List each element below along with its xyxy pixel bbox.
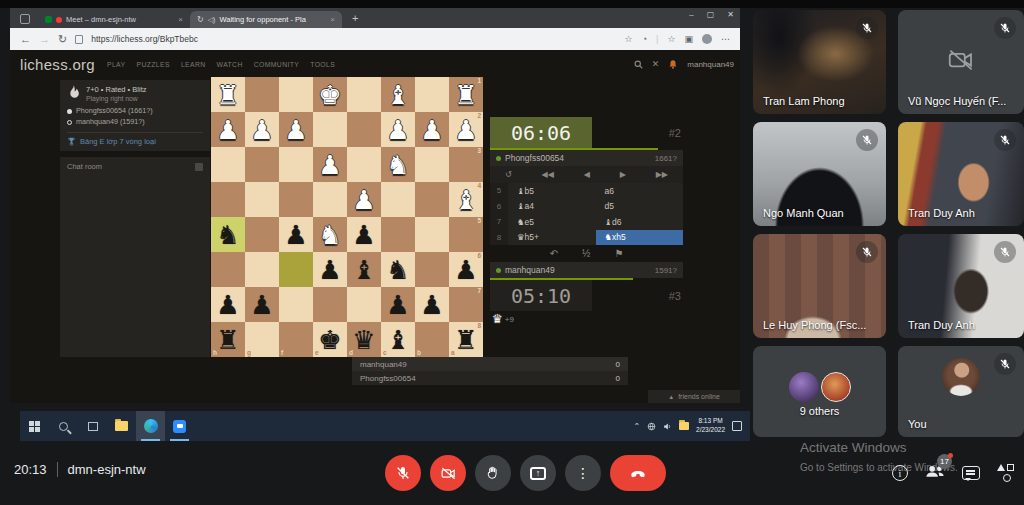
- rank-label: 2: [477, 113, 481, 120]
- more-options-button[interactable]: ⋮: [565, 455, 601, 491]
- friends-online-bar[interactable]: ▲ friends online: [648, 390, 740, 403]
- tournament-link[interactable]: Bảng E lớp 7 vòng loại: [67, 137, 203, 146]
- overflow-participants-tile[interactable]: 9 others: [753, 346, 886, 437]
- move-white[interactable]: ♝a4: [508, 199, 596, 215]
- resign-flag-button[interactable]: ⚑: [614, 248, 623, 259]
- url-text[interactable]: https://lichess.org/BkpTbebc: [91, 34, 198, 44]
- participant-name: Tran Duy Anh: [908, 319, 975, 331]
- extension-icon[interactable]: ▣: [684, 34, 693, 44]
- collections-icon[interactable]: ◔: [642, 34, 647, 44]
- trophy-icon: [67, 137, 76, 146]
- black-player-row[interactable]: manhquan49 (1591?): [67, 117, 203, 128]
- move-row: 5♝b5a6: [490, 183, 683, 199]
- task-view-button[interactable]: [78, 411, 107, 441]
- black-pawn: ♟: [386, 292, 409, 318]
- move-row: 8♛h5+♞xh5: [490, 230, 683, 246]
- nav-puzzles[interactable]: PUZZLES: [136, 61, 169, 68]
- black-player-panel-row[interactable]: manhquan49 1591?: [490, 262, 683, 278]
- end-call-button[interactable]: [610, 455, 666, 491]
- next-move-icon[interactable]: ▶: [620, 170, 626, 179]
- square-f7[interactable]: [279, 287, 313, 322]
- participant-name: Vũ Ngọc Huyến (F...: [908, 95, 1006, 107]
- white-rating: 1661?: [655, 154, 677, 163]
- square-a2[interactable]: ♟2: [449, 112, 483, 147]
- white-pawn: ♟: [420, 117, 443, 143]
- browser-tab-lichess[interactable]: ↻ ◁) Waiting for opponent - Pla ×: [190, 11, 342, 28]
- file-label: b: [417, 350, 421, 357]
- collapse-arrow-icon: ▲: [668, 394, 674, 400]
- lichess-nav: PLAY PUZZLES LEARN WATCH COMMUNITY TOOLS: [107, 61, 335, 68]
- online-dot-icon: [496, 156, 501, 161]
- mic-toggle-button[interactable]: [385, 455, 421, 491]
- white-pawn: ♟: [318, 152, 341, 178]
- mic-muted-icon: [856, 17, 878, 39]
- lichess-logo[interactable]: lichess.org: [20, 56, 95, 73]
- square-c3[interactable]: ♞: [381, 147, 415, 182]
- black-color-icon: [67, 120, 72, 125]
- white-bishop: ♝: [454, 187, 477, 213]
- standings-name: Phongfss00654: [360, 374, 416, 383]
- camera-off-icon: [946, 45, 976, 79]
- white-tournament-rank: #2: [669, 127, 683, 139]
- reload-button[interactable]: ↻: [58, 33, 67, 46]
- chat-box: Chat room: [60, 157, 210, 357]
- first-move-icon[interactable]: ◀◀: [541, 170, 553, 179]
- white-player-panel-row[interactable]: Phongfss00654 1661?: [490, 150, 683, 166]
- lichess-page: lichess.org PLAY PUZZLES LEARN WATCH COM…: [10, 50, 740, 403]
- participant-tile[interactable]: Le Huy Phong (Fsc...: [753, 234, 886, 338]
- black-rook: ♜: [454, 327, 477, 353]
- participant-name: Tran Duy Anh: [908, 207, 975, 219]
- square-h6[interactable]: [211, 252, 245, 287]
- black-pawn: ♟: [318, 257, 341, 283]
- rank-label: 5: [477, 218, 481, 225]
- black-clock: 05:10: [490, 280, 592, 311]
- black-pawn: ♟: [352, 222, 375, 248]
- square-f4[interactable]: [279, 182, 313, 217]
- flip-board-icon[interactable]: ↺: [505, 170, 512, 179]
- black-knight: ♞: [216, 222, 239, 248]
- square-f1[interactable]: [279, 77, 313, 112]
- move-black[interactable]: ♝d6: [596, 214, 684, 230]
- takeback-button[interactable]: ↶: [550, 248, 558, 259]
- forward-button[interactable]: →: [39, 33, 50, 45]
- divider: |: [656, 34, 658, 44]
- online-dot-icon: [496, 268, 501, 273]
- participant-tile[interactable]: Vũ Ngọc Huyến (F...: [898, 10, 1024, 114]
- time-control-label: 7+0 • Rated • Blitz: [86, 85, 147, 94]
- square-c6[interactable]: ♞: [381, 252, 415, 287]
- participant-tile[interactable]: Ngo Manh Quan: [753, 122, 886, 226]
- browser-url-bar: ← → ↻ https://lichess.org/BkpTbebc ☆ ◔ |…: [10, 28, 740, 50]
- tab-audio-icon[interactable]: ◁): [208, 16, 216, 24]
- white-clock: 06:06: [490, 117, 592, 148]
- present-icon: ↑: [530, 467, 546, 480]
- square-g8[interactable]: g: [245, 322, 279, 357]
- self-avatar: [942, 358, 980, 396]
- close-search-icon[interactable]: ✕: [652, 59, 660, 69]
- file-label: c: [383, 350, 387, 357]
- game-meta-box: 7+0 • Rated • Blitz Playing right now Ph…: [60, 80, 210, 151]
- white-pawn: ♟: [386, 117, 409, 143]
- white-king: ♚: [318, 82, 341, 108]
- meeting-side-actions: i 17: [892, 463, 1016, 483]
- divider: [67, 132, 203, 133]
- zoom-icon: [173, 420, 186, 433]
- file-explorer-button[interactable]: [107, 411, 136, 441]
- tab-search-icon[interactable]: [20, 14, 30, 24]
- participants-count-badge: 17: [937, 454, 952, 469]
- bottom-clock-row: 05:10 #3: [490, 280, 683, 311]
- square-c7[interactable]: ♟: [381, 287, 415, 322]
- settings-more-icon[interactable]: ⋯: [721, 34, 730, 44]
- meeting-details-icon[interactable]: i: [892, 465, 908, 481]
- square-d7[interactable]: [347, 287, 381, 322]
- tab-close-icon[interactable]: ×: [178, 15, 183, 24]
- square-e6[interactable]: ♟: [313, 252, 347, 287]
- top-black-strip: [0, 0, 1024, 8]
- self-label: You: [908, 418, 927, 430]
- white-bishop: ♝: [386, 82, 409, 108]
- action-center-icon[interactable]: [732, 421, 742, 431]
- square-h3[interactable]: [211, 147, 245, 182]
- material-advantage: ♛ +9: [490, 311, 683, 327]
- black-pawn: ♟: [420, 292, 443, 318]
- square-a8[interactable]: ♜8a: [449, 322, 483, 357]
- meeting-clock: 20:13: [14, 462, 47, 477]
- move-number: 6: [490, 199, 508, 215]
- square-d1[interactable]: [347, 77, 381, 112]
- file-label: e: [315, 350, 319, 357]
- black-pawn: ♟: [250, 292, 273, 318]
- meeting-code: dmn-esjn-ntw: [68, 462, 146, 477]
- header-username[interactable]: manhquan49: [687, 60, 734, 69]
- square-a7[interactable]: 7: [449, 287, 483, 322]
- square-f8[interactable]: f: [279, 322, 313, 357]
- back-button[interactable]: ←: [20, 33, 31, 45]
- white-pawn: ♟: [352, 187, 375, 213]
- raise-hand-button[interactable]: [475, 455, 511, 491]
- move-black[interactable]: a6: [596, 183, 684, 199]
- square-e3[interactable]: ♟: [313, 147, 347, 182]
- square-d2[interactable]: [347, 112, 381, 147]
- square-a1[interactable]: ♜1: [449, 77, 483, 112]
- mic-muted-icon: [994, 129, 1016, 151]
- file-label: a: [451, 350, 455, 357]
- square-c4[interactable]: [381, 182, 415, 217]
- tab-reload-icon: ↻: [197, 15, 204, 24]
- tournament-standings: manhquan49 0 Phongfss00654 0: [352, 357, 628, 385]
- square-g3[interactable]: [245, 147, 279, 182]
- activities-button[interactable]: [997, 464, 1016, 483]
- chat-toggle[interactable]: [195, 163, 203, 171]
- square-d5[interactable]: ♟: [347, 217, 381, 252]
- square-c2[interactable]: ♟: [381, 112, 415, 147]
- friends-online-label: friends online: [678, 393, 720, 400]
- square-a6[interactable]: ♟6: [449, 252, 483, 287]
- self-tile[interactable]: You: [898, 346, 1024, 437]
- move-black[interactable]: ♞xh5: [596, 230, 684, 246]
- square-b1[interactable]: [415, 77, 449, 112]
- watermark-line1: Activate Windows: [800, 440, 958, 455]
- square-b7[interactable]: ♟: [415, 287, 449, 322]
- square-f2[interactable]: ♟: [279, 112, 313, 147]
- zoom-app-button[interactable]: [165, 411, 194, 441]
- file-label: h: [213, 350, 217, 357]
- nav-community[interactable]: COMMUNITY: [254, 61, 300, 68]
- black-tournament-rank: #3: [669, 290, 683, 302]
- prev-move-icon[interactable]: ◀: [584, 170, 590, 179]
- square-g7[interactable]: ♟: [245, 287, 279, 322]
- nav-learn[interactable]: LEARN: [181, 61, 206, 68]
- tab-title: Waiting for opponent - Pla: [219, 15, 305, 24]
- file-label: f: [281, 350, 283, 357]
- mic-muted-icon: [994, 241, 1016, 263]
- more-options-icon: ⋮: [576, 465, 590, 481]
- chat-title: Chat room: [67, 162, 102, 171]
- rank-label: 7: [477, 288, 481, 295]
- participant-name: Le Huy Phong (Fsc...: [763, 319, 866, 331]
- square-f3[interactable]: [279, 147, 313, 182]
- black-king: ♚: [318, 327, 341, 353]
- square-d4[interactable]: ♟: [347, 182, 381, 217]
- move-white[interactable]: ♝b5: [508, 183, 596, 199]
- move-white[interactable]: ♞e5: [508, 214, 596, 230]
- tray-expand-icon[interactable]: ⌃: [633, 422, 640, 431]
- standings-name: manhquan49: [360, 360, 407, 369]
- white-knight: ♞: [318, 222, 341, 248]
- minimize-button[interactable]: –: [689, 10, 693, 19]
- tournament-name: Bảng E lớp 7 vòng loại: [80, 137, 156, 146]
- square-g2[interactable]: ♟: [245, 112, 279, 147]
- edge-browser-button[interactable]: [136, 411, 165, 441]
- urlbar-actions: ☆ ◔ | ☆ ▣ ⋯: [625, 34, 730, 44]
- tray-app-icon[interactable]: [679, 422, 689, 430]
- maximize-button[interactable]: ▢: [707, 10, 715, 19]
- browser-tab-strip: Meet – dmn-esjn-ntw × ↻ ◁) Waiting for o…: [10, 8, 740, 28]
- square-b2[interactable]: ♟: [415, 112, 449, 147]
- square-h8[interactable]: ♜h: [211, 322, 245, 357]
- white-name: Phongfss00654: [505, 153, 564, 163]
- game-status-label: Playing right now: [86, 95, 147, 102]
- search-icon: [59, 422, 68, 431]
- black-pawn: ♟: [454, 257, 477, 283]
- game-panel: 06:06 #2 Phongfss00654 1661? ↺ ◀◀ ◀ ▶ ▶▶…: [490, 117, 683, 327]
- camera-toggle-button[interactable]: [430, 455, 466, 491]
- white-pawn: ♟: [216, 117, 239, 143]
- nav-play[interactable]: PLAY: [107, 61, 125, 68]
- browser-tab-meet[interactable]: Meet – dmn-esjn-ntw ×: [38, 11, 190, 28]
- square-g5[interactable]: [245, 217, 279, 252]
- windows-logo-icon: [29, 421, 40, 432]
- others-count-label: 9 others: [753, 405, 886, 417]
- start-button[interactable]: [20, 411, 49, 441]
- meet-window: Meet – dmn-esjn-ntw × ↻ ◁) Waiting for o…: [0, 0, 1024, 505]
- material-value: +9: [505, 315, 514, 324]
- game-action-buttons: ↶ ½ ⚑: [490, 245, 683, 262]
- white-knight: ♞: [386, 152, 409, 178]
- edge-icon: [144, 419, 158, 433]
- shared-screen-browser: Meet – dmn-esjn-ntw × ↻ ◁) Waiting for o…: [10, 8, 740, 403]
- white-pawn: ♟: [454, 117, 477, 143]
- network-icon[interactable]: [647, 422, 656, 431]
- file-label: d: [349, 350, 353, 357]
- tab-close-icon[interactable]: ×: [330, 15, 335, 24]
- white-color-icon: [67, 109, 72, 114]
- move-nav-controls: ↺ ◀◀ ◀ ▶ ▶▶: [490, 166, 683, 183]
- nav-watch[interactable]: WATCH: [217, 61, 243, 68]
- captured-queen-icon: ♛: [492, 312, 503, 326]
- square-f6[interactable]: [279, 252, 313, 287]
- black-knight: ♞: [386, 257, 409, 283]
- mic-muted-icon: [994, 353, 1016, 375]
- standings-row[interactable]: manhquan49 0: [352, 357, 628, 371]
- square-b6[interactable]: [415, 252, 449, 287]
- window-controls: – ▢ ✕: [689, 10, 734, 19]
- favorite-icon[interactable]: ☆: [625, 34, 633, 44]
- white-pawn: ♟: [250, 117, 273, 143]
- square-d6[interactable]: ♝: [347, 252, 381, 287]
- rank-label: 8: [477, 323, 481, 330]
- lichess-header-right: ✕ manhquan49: [634, 59, 734, 70]
- new-tab-button[interactable]: +: [352, 12, 358, 24]
- black-name: manhquan49: [505, 265, 555, 275]
- mic-muted-icon: [856, 241, 878, 263]
- rank-label: 1: [477, 78, 481, 85]
- white-pawn: ♟: [284, 117, 307, 143]
- square-h7[interactable]: ♟: [211, 287, 245, 322]
- call-controls: ↑ ⋮: [385, 455, 666, 491]
- square-c1[interactable]: ♝: [381, 77, 415, 112]
- square-e1[interactable]: ♚: [313, 77, 347, 112]
- square-b8[interactable]: b: [415, 322, 449, 357]
- participant-tile[interactable]: Tran Duy Anh: [898, 234, 1024, 338]
- top-clock-row: 06:06 #2: [490, 117, 683, 148]
- nav-tools[interactable]: TOOLS: [310, 61, 335, 68]
- white-rook: ♜: [454, 82, 477, 108]
- favorites-bar-icon[interactable]: ☆: [667, 34, 675, 44]
- task-view-icon: [88, 422, 98, 431]
- black-rook: ♜: [216, 327, 239, 353]
- square-g6[interactable]: [245, 252, 279, 287]
- chess-board: ♜♚♝♜1♟♟♟♟♟♟2♟♞3♟♝4♞♟♞♟5♟♝♞♟6♟♟♟♟7♜hgf♚e♛…: [211, 77, 483, 357]
- taskbar-time: 8:13 PM: [696, 417, 725, 426]
- tab-title: Meet – dmn-esjn-ntw: [66, 15, 136, 24]
- taskbar-date: 2/23/2022: [696, 426, 725, 435]
- standings-score: 0: [616, 360, 620, 369]
- move-row: 6♝a4d5: [490, 199, 683, 215]
- move-white[interactable]: ♛h5+: [508, 230, 596, 246]
- black-bishop: ♝: [386, 327, 409, 353]
- square-c8[interactable]: ♝c: [381, 322, 415, 357]
- square-e2[interactable]: [313, 112, 347, 147]
- move-number: 8: [490, 230, 508, 246]
- participant-avatar: [789, 372, 819, 402]
- close-button[interactable]: ✕: [727, 10, 734, 19]
- move-list: 5♝b5a66♝a4d57♞e5♝d68♛h5+♞xh5: [490, 183, 683, 245]
- square-g4[interactable]: [245, 182, 279, 217]
- system-tray: ⌃ 8:13 PM 2/23/2022: [633, 417, 750, 435]
- recording-dot-icon: [56, 17, 62, 23]
- participant-avatar: [821, 372, 851, 402]
- blitz-flame-icon: [67, 85, 80, 102]
- black-rating: 1591?: [655, 266, 677, 275]
- rank-label: 4: [477, 183, 481, 190]
- standings-row[interactable]: Phongfss00654 0: [352, 371, 628, 385]
- profile-avatar[interactable]: [702, 34, 712, 44]
- black-pawn: ♟: [284, 222, 307, 248]
- square-h2[interactable]: ♟: [211, 112, 245, 147]
- move-row: 7♞e5♝d6: [490, 214, 683, 230]
- square-e7[interactable]: [313, 287, 347, 322]
- black-queen: ♛: [352, 327, 375, 353]
- participant-name: Ngo Manh Quan: [763, 207, 844, 219]
- rank-label: 3: [477, 148, 481, 155]
- last-move-icon[interactable]: ▶▶: [656, 170, 668, 179]
- move-number: 7: [490, 214, 508, 230]
- square-g1[interactable]: [245, 77, 279, 112]
- black-player-label: manhquan49 (1591?): [76, 117, 145, 128]
- participant-tile[interactable]: Tran Lam Phong: [753, 10, 886, 114]
- square-f5[interactable]: ♟: [279, 217, 313, 252]
- speaker-icon[interactable]: [663, 422, 672, 431]
- lichess-header: lichess.org PLAY PUZZLES LEARN WATCH COM…: [20, 55, 734, 73]
- divider: [57, 462, 58, 477]
- challenge-bell-icon[interactable]: [668, 59, 678, 70]
- square-d3[interactable]: [347, 147, 381, 182]
- meeting-info: 20:13 dmn-esjn-ntw: [14, 462, 146, 477]
- meet-favicon: [45, 16, 52, 23]
- participant-name: Tran Lam Phong: [763, 95, 845, 107]
- white-rook: ♜: [216, 82, 239, 108]
- rank-label: 6: [477, 253, 481, 260]
- mic-muted-icon: [994, 17, 1016, 39]
- square-e4[interactable]: [313, 182, 347, 217]
- search-icon[interactable]: [634, 60, 643, 69]
- square-e5[interactable]: ♞: [313, 217, 347, 252]
- square-a4[interactable]: ♝4: [449, 182, 483, 217]
- site-info-icon[interactable]: [75, 35, 83, 44]
- white-player-label: Phongfss00654 (1661?): [76, 106, 153, 117]
- square-h5[interactable]: ♞: [211, 217, 245, 252]
- white-player-row[interactable]: Phongfss00654 (1661?): [67, 106, 203, 117]
- square-a5[interactable]: 5: [449, 217, 483, 252]
- square-d8[interactable]: ♛d: [347, 322, 381, 357]
- folder-icon: [115, 421, 128, 431]
- square-h4[interactable]: [211, 182, 245, 217]
- mic-muted-icon: [856, 129, 878, 151]
- move-number: 5: [490, 183, 508, 199]
- square-b4[interactable]: [415, 182, 449, 217]
- square-b5[interactable]: [415, 217, 449, 252]
- present-screen-button[interactable]: ↑: [520, 455, 556, 491]
- square-b3[interactable]: [415, 147, 449, 182]
- square-a3[interactable]: 3: [449, 147, 483, 182]
- participants-button[interactable]: 17: [925, 463, 945, 483]
- square-c5[interactable]: [381, 217, 415, 252]
- black-pawn: ♟: [216, 292, 239, 318]
- offer-draw-button[interactable]: ½: [582, 248, 590, 259]
- square-e8[interactable]: ♚e: [313, 322, 347, 357]
- windows-taskbar: ⌃ 8:13 PM 2/23/2022: [20, 411, 750, 441]
- taskbar-clock[interactable]: 8:13 PM 2/23/2022: [696, 417, 725, 435]
- square-h1[interactable]: ♜: [211, 77, 245, 112]
- participant-tile[interactable]: Tran Duy Anh: [898, 122, 1024, 226]
- move-black[interactable]: d5: [596, 199, 684, 215]
- taskbar-search-button[interactable]: [49, 411, 78, 441]
- chat-button[interactable]: [962, 466, 980, 480]
- black-bishop: ♝: [352, 257, 375, 283]
